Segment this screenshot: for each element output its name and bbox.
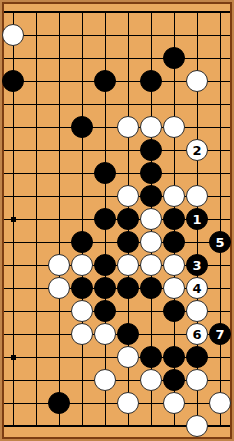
board-intersection xyxy=(163,392,186,415)
board-intersection xyxy=(94,208,117,231)
board-intersection xyxy=(117,323,140,346)
move-6-stone: 6 xyxy=(186,323,208,345)
stone-label: 1 xyxy=(192,213,201,226)
board-intersection xyxy=(2,346,25,369)
stone-label: 7 xyxy=(215,328,224,341)
board-intersection xyxy=(2,208,25,231)
white-stone xyxy=(186,300,208,322)
board-intersection xyxy=(186,185,209,208)
board-intersection: 2 xyxy=(186,139,209,162)
white-stone xyxy=(140,231,162,253)
stone-label: 3 xyxy=(192,259,201,272)
board-intersection xyxy=(117,346,140,369)
board-intersection xyxy=(140,254,163,277)
board-intersection: 1 xyxy=(186,208,209,231)
stone-label: 6 xyxy=(192,328,201,341)
board-intersection xyxy=(140,162,163,185)
board-intersection xyxy=(186,70,209,93)
board-intersection xyxy=(163,346,186,369)
white-stone xyxy=(186,185,208,207)
board-intersection xyxy=(71,116,94,139)
black-stone xyxy=(163,231,185,253)
white-stone xyxy=(117,185,139,207)
board-intersection xyxy=(209,392,232,415)
board-intersection xyxy=(94,70,117,93)
white-stone xyxy=(71,254,93,276)
board-intersection xyxy=(140,369,163,392)
board-intersection xyxy=(71,300,94,323)
black-stone xyxy=(140,162,162,184)
board-intersection xyxy=(117,116,140,139)
white-stone xyxy=(186,369,208,391)
board-intersection xyxy=(117,231,140,254)
white-stone xyxy=(140,254,162,276)
white-stone xyxy=(2,24,24,46)
white-stone xyxy=(71,323,93,345)
white-stone xyxy=(140,208,162,230)
board-intersection xyxy=(48,254,71,277)
stone-label: 2 xyxy=(192,144,201,157)
star-point xyxy=(11,355,16,360)
board-intersection xyxy=(94,323,117,346)
black-stone xyxy=(140,139,162,161)
white-stone xyxy=(186,70,208,92)
move-3-stone: 3 xyxy=(186,254,208,276)
white-stone xyxy=(71,300,93,322)
black-stone xyxy=(94,254,116,276)
black-stone xyxy=(117,277,139,299)
white-stone xyxy=(140,369,162,391)
black-stone xyxy=(163,346,185,368)
black-stone xyxy=(163,208,185,230)
board-intersection xyxy=(2,70,25,93)
white-stone xyxy=(117,392,139,414)
board-intersection xyxy=(94,300,117,323)
board-intersection xyxy=(117,277,140,300)
black-stone xyxy=(94,162,116,184)
board-intersection xyxy=(163,185,186,208)
black-stone xyxy=(140,277,162,299)
white-stone xyxy=(140,116,162,138)
board-intersection xyxy=(140,139,163,162)
black-stone xyxy=(71,277,93,299)
board-intersection xyxy=(117,185,140,208)
white-stone xyxy=(186,415,208,437)
board-intersection xyxy=(163,231,186,254)
white-stone xyxy=(163,277,185,299)
black-stone xyxy=(94,277,116,299)
black-stone xyxy=(163,369,185,391)
board-grid: 2153467 xyxy=(2,1,232,438)
board-intersection xyxy=(163,300,186,323)
black-stone xyxy=(48,392,70,414)
stone-label: 5 xyxy=(215,236,224,249)
black-stone xyxy=(71,231,93,253)
board-intersection xyxy=(94,277,117,300)
board-intersection xyxy=(71,323,94,346)
board-intersection xyxy=(140,208,163,231)
board-intersection: 7 xyxy=(209,323,232,346)
board-intersection xyxy=(163,47,186,70)
black-stone xyxy=(71,116,93,138)
white-stone xyxy=(117,116,139,138)
board-intersection xyxy=(163,116,186,139)
board-intersection xyxy=(163,369,186,392)
white-stone xyxy=(94,369,116,391)
white-stone xyxy=(117,346,139,368)
board-intersection xyxy=(186,346,209,369)
go-board: 2153467 xyxy=(0,0,234,441)
black-stone xyxy=(163,47,185,69)
board-intersection xyxy=(140,116,163,139)
black-stone xyxy=(117,208,139,230)
move-7-stone: 7 xyxy=(209,323,231,345)
black-stone xyxy=(94,208,116,230)
board-intersection xyxy=(186,415,209,438)
white-stone xyxy=(163,392,185,414)
board-intersection xyxy=(163,277,186,300)
black-stone xyxy=(117,231,139,253)
board-intersection: 4 xyxy=(186,277,209,300)
board-intersection xyxy=(140,277,163,300)
board-intersection xyxy=(140,346,163,369)
white-stone xyxy=(209,392,231,414)
board-intersection xyxy=(186,300,209,323)
board-intersection xyxy=(2,24,25,47)
board-intersection xyxy=(186,369,209,392)
black-stone xyxy=(140,70,162,92)
black-stone xyxy=(163,300,185,322)
board-intersection xyxy=(71,277,94,300)
board-intersection xyxy=(71,254,94,277)
white-stone xyxy=(163,254,185,276)
black-stone xyxy=(140,346,162,368)
board-intersection xyxy=(117,392,140,415)
board-intersection: 5 xyxy=(209,231,232,254)
board-intersection xyxy=(94,162,117,185)
white-stone xyxy=(163,185,185,207)
black-stone xyxy=(140,185,162,207)
move-4-stone: 4 xyxy=(186,277,208,299)
board-intersection xyxy=(71,231,94,254)
board-intersection xyxy=(94,369,117,392)
white-stone xyxy=(163,116,185,138)
board-intersection xyxy=(140,185,163,208)
white-stone xyxy=(48,277,70,299)
stone-label: 4 xyxy=(192,282,201,295)
board-intersection xyxy=(117,208,140,231)
board-intersection xyxy=(163,208,186,231)
black-stone xyxy=(94,300,116,322)
black-stone xyxy=(186,346,208,368)
board-intersection xyxy=(140,231,163,254)
black-stone xyxy=(94,70,116,92)
board-intersection xyxy=(48,277,71,300)
board-intersection xyxy=(48,392,71,415)
board-intersection: 6 xyxy=(186,323,209,346)
board-intersection xyxy=(140,70,163,93)
board-intersection xyxy=(117,254,140,277)
move-1-stone: 1 xyxy=(186,208,208,230)
black-stone xyxy=(2,70,24,92)
white-stone xyxy=(117,254,139,276)
white-stone xyxy=(94,323,116,345)
board-intersection: 3 xyxy=(186,254,209,277)
board-intersection xyxy=(94,254,117,277)
white-stone xyxy=(48,254,70,276)
black-stone xyxy=(117,323,139,345)
move-5-stone: 5 xyxy=(209,231,231,253)
board-intersection xyxy=(163,254,186,277)
move-2-stone: 2 xyxy=(186,139,208,161)
star-point xyxy=(11,217,16,222)
